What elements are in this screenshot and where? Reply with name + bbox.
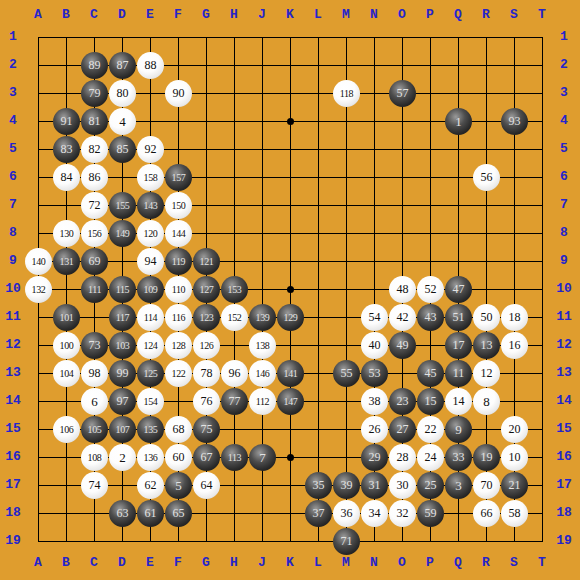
stone-move-number: 73 [89,338,101,353]
stone-R6[interactable]: 56 [473,164,500,191]
go-board[interactable]: 8987887980901185791814193838285928486158… [38,37,543,542]
stone-move-number: 81 [89,114,101,129]
stone-move-number: 108 [88,452,102,463]
stone-move-number: 67 [201,450,213,465]
stone-H16[interactable]: 113 [221,444,248,471]
stone-D14[interactable]: 97 [109,388,136,415]
stone-Q4[interactable]: 1 [445,108,472,135]
row-label-left-12: 12 [0,338,26,352]
stone-D13[interactable]: 99 [109,360,136,387]
stone-M19[interactable]: 71 [333,528,360,555]
stone-move-number: 8 [483,394,490,410]
stone-move-number: 99 [117,366,129,381]
stone-O12[interactable]: 49 [389,332,416,359]
stone-F10[interactable]: 110 [165,276,192,303]
stone-B11[interactable]: 101 [53,304,80,331]
grid-vline-M [346,37,347,542]
stone-R12[interactable]: 13 [473,332,500,359]
stone-move-number: 153 [228,284,242,295]
col-label-bottom-L: L [304,556,332,570]
stone-move-number: 14 [453,394,465,409]
row-label-right-5: 5 [551,142,577,156]
stone-G14[interactable]: 76 [193,388,220,415]
stone-move-number: 116 [172,312,185,323]
stone-move-number: 94 [145,254,157,269]
stone-move-number: 156 [88,228,102,239]
stone-D3[interactable]: 80 [109,80,136,107]
col-label-top-C: C [80,8,108,22]
stone-move-number: 143 [144,200,158,211]
stone-J16[interactable]: 7 [249,444,276,471]
stone-R18[interactable]: 66 [473,500,500,527]
stone-O10[interactable]: 48 [389,276,416,303]
stone-move-number: 114 [144,312,157,323]
stone-S11[interactable]: 18 [501,304,528,331]
stone-Q15[interactable]: 9 [445,416,472,443]
col-label-top-P: P [416,8,444,22]
stone-D8[interactable]: 149 [109,220,136,247]
col-label-top-T: T [528,8,556,22]
stone-E11[interactable]: 114 [137,304,164,331]
stone-move-number: 147 [284,396,298,407]
stone-O11[interactable]: 42 [389,304,416,331]
stone-R11[interactable]: 50 [473,304,500,331]
star-point-K4[interactable] [287,118,294,125]
stone-K11[interactable]: 129 [277,304,304,331]
stone-move-number: 152 [228,312,242,323]
stone-F15[interactable]: 68 [165,416,192,443]
stone-R14[interactable]: 8 [473,388,500,415]
stone-S15[interactable]: 20 [501,416,528,443]
stone-N13[interactable]: 53 [361,360,388,387]
stone-K13[interactable]: 141 [277,360,304,387]
stone-move-number: 155 [116,200,130,211]
stone-D10[interactable]: 115 [109,276,136,303]
row-label-left-13: 13 [0,366,26,380]
stone-E14[interactable]: 154 [137,388,164,415]
col-label-bottom-B: B [52,556,80,570]
stone-move-number: 22 [425,422,437,437]
col-label-bottom-K: K [276,556,304,570]
stone-M18[interactable]: 36 [333,500,360,527]
row-label-left-5: 5 [0,142,26,156]
stone-move-number: 79 [89,86,101,101]
stone-move-number: 85 [117,142,129,157]
stone-P18[interactable]: 59 [417,500,444,527]
stone-move-number: 61 [145,506,157,521]
stone-Q10[interactable]: 47 [445,276,472,303]
stone-move-number: 122 [172,368,186,379]
col-label-top-O: O [388,8,416,22]
stone-move-number: 39 [341,478,353,493]
stone-E18[interactable]: 61 [137,500,164,527]
row-label-left-15: 15 [0,422,26,436]
col-label-top-L: L [304,8,332,22]
stone-move-number: 157 [172,172,186,183]
stone-move-number: 2 [119,450,126,466]
stone-move-number: 112 [256,396,269,407]
stone-move-number: 131 [60,256,74,267]
stone-P11[interactable]: 43 [417,304,444,331]
stone-F16[interactable]: 60 [165,444,192,471]
stone-C10[interactable]: 111 [81,276,108,303]
stone-move-number: 84 [61,170,73,185]
stone-move-number: 20 [509,422,521,437]
stone-move-number: 66 [481,506,493,521]
col-label-top-B: B [52,8,80,22]
stone-O17[interactable]: 30 [389,472,416,499]
stone-G11[interactable]: 123 [193,304,220,331]
stone-Q14[interactable]: 14 [445,388,472,415]
col-label-bottom-O: O [388,556,416,570]
stone-move-number: 12 [481,366,493,381]
stone-move-number: 125 [144,368,158,379]
stone-O14[interactable]: 23 [389,388,416,415]
stone-move-number: 132 [32,284,46,295]
stone-R17[interactable]: 70 [473,472,500,499]
stone-M17[interactable]: 39 [333,472,360,499]
stone-E9[interactable]: 94 [137,248,164,275]
stone-move-number: 121 [200,256,214,267]
stone-C14[interactable]: 6 [81,388,108,415]
stone-S18[interactable]: 58 [501,500,528,527]
stone-N11[interactable]: 54 [361,304,388,331]
stone-move-number: 80 [117,86,129,101]
stone-B13[interactable]: 104 [53,360,80,387]
stone-move-number: 124 [144,340,158,351]
col-label-bottom-D: D [108,556,136,570]
col-label-top-G: G [192,8,220,22]
stone-H10[interactable]: 153 [221,276,248,303]
stone-move-number: 100 [60,340,74,351]
stone-N15[interactable]: 26 [361,416,388,443]
stone-move-number: 104 [60,368,74,379]
stone-move-number: 52 [425,282,437,297]
star-point-K16[interactable] [287,454,294,461]
stone-L17[interactable]: 35 [305,472,332,499]
row-label-left-2: 2 [0,58,26,72]
stone-G12[interactable]: 126 [193,332,220,359]
stone-S16[interactable]: 10 [501,444,528,471]
stone-E15[interactable]: 135 [137,416,164,443]
stone-B6[interactable]: 84 [53,164,80,191]
stone-C9[interactable]: 69 [81,248,108,275]
stone-Q17[interactable]: 3 [445,472,472,499]
stone-L18[interactable]: 37 [305,500,332,527]
stone-move-number: 106 [60,424,74,435]
stone-N17[interactable]: 31 [361,472,388,499]
stone-Q13[interactable]: 11 [445,360,472,387]
stone-C6[interactable]: 86 [81,164,108,191]
stone-N18[interactable]: 34 [361,500,388,527]
stone-B9[interactable]: 131 [53,248,80,275]
stone-E10[interactable]: 109 [137,276,164,303]
stone-N16[interactable]: 29 [361,444,388,471]
stone-move-number: 129 [284,312,298,323]
row-label-right-15: 15 [551,422,577,436]
stone-move-number: 17 [453,338,465,353]
stone-O18[interactable]: 32 [389,500,416,527]
stone-H14[interactable]: 77 [221,388,248,415]
stone-D7[interactable]: 155 [109,192,136,219]
stone-move-number: 101 [60,312,74,323]
stone-C16[interactable]: 108 [81,444,108,471]
stone-D4[interactable]: 4 [109,108,136,135]
stone-H13[interactable]: 96 [221,360,248,387]
stone-J13[interactable]: 146 [249,360,276,387]
stone-G15[interactable]: 75 [193,416,220,443]
stone-move-number: 18 [509,310,521,325]
stone-move-number: 75 [201,422,213,437]
stone-move-number: 140 [32,256,46,267]
row-label-left-19: 19 [0,534,26,548]
row-label-right-9: 9 [551,254,577,268]
stone-F11[interactable]: 116 [165,304,192,331]
stone-P15[interactable]: 22 [417,416,444,443]
stone-move-number: 144 [172,228,186,239]
stone-move-number: 127 [200,284,214,295]
stone-N14[interactable]: 38 [361,388,388,415]
stone-D16[interactable]: 2 [109,444,136,471]
stone-move-number: 158 [144,172,158,183]
stone-P13[interactable]: 45 [417,360,444,387]
stone-C12[interactable]: 73 [81,332,108,359]
stone-E8[interactable]: 120 [137,220,164,247]
stone-A9[interactable]: 140 [25,248,52,275]
stone-move-number: 123 [200,312,214,323]
stone-G10[interactable]: 127 [193,276,220,303]
stone-move-number: 64 [201,478,213,493]
stone-move-number: 109 [144,284,158,295]
row-label-left-7: 7 [0,198,26,212]
stone-move-number: 135 [144,424,158,435]
row-label-right-7: 7 [551,198,577,212]
stone-E5[interactable]: 92 [137,136,164,163]
stone-move-number: 24 [425,450,437,465]
stone-E7[interactable]: 143 [137,192,164,219]
row-label-left-4: 4 [0,114,26,128]
stone-move-number: 32 [397,506,409,521]
stone-move-number: 88 [145,58,157,73]
stone-A10[interactable]: 132 [25,276,52,303]
stone-move-number: 111 [88,284,101,295]
row-label-right-4: 4 [551,114,577,128]
stone-move-number: 136 [144,452,158,463]
grid-vline-T [542,37,543,542]
stone-move-number: 117 [116,312,129,323]
stone-move-number: 10 [509,450,521,465]
stone-C8[interactable]: 156 [81,220,108,247]
col-label-top-H: H [220,8,248,22]
stone-move-number: 105 [88,424,102,435]
stone-C5[interactable]: 82 [81,136,108,163]
stone-G9[interactable]: 121 [193,248,220,275]
stone-move-number: 113 [228,452,241,463]
stone-F9[interactable]: 119 [165,248,192,275]
stone-move-number: 49 [397,338,409,353]
stone-J14[interactable]: 112 [249,388,276,415]
col-label-bottom-E: E [136,556,164,570]
stone-move-number: 3 [455,478,462,494]
stone-move-number: 76 [201,394,213,409]
stone-move-number: 40 [369,338,381,353]
stone-J12[interactable]: 138 [249,332,276,359]
stone-move-number: 70 [481,478,493,493]
stone-F8[interactable]: 144 [165,220,192,247]
stone-Q16[interactable]: 33 [445,444,472,471]
stone-move-number: 21 [509,478,521,493]
row-label-left-10: 10 [0,282,26,296]
row-label-right-8: 8 [551,226,577,240]
stone-E17[interactable]: 62 [137,472,164,499]
stone-S12[interactable]: 16 [501,332,528,359]
stone-move-number: 23 [397,394,409,409]
row-label-left-16: 16 [0,450,26,464]
stone-move-number: 42 [397,310,409,325]
stone-move-number: 128 [172,340,186,351]
stone-C3[interactable]: 79 [81,80,108,107]
stone-move-number: 110 [172,284,185,295]
col-label-top-S: S [500,8,528,22]
stone-P17[interactable]: 25 [417,472,444,499]
row-label-right-16: 16 [551,450,577,464]
stone-G13[interactable]: 78 [193,360,220,387]
stone-S4[interactable]: 93 [501,108,528,135]
stone-move-number: 103 [116,340,130,351]
stone-move-number: 71 [341,534,353,549]
stone-F13[interactable]: 122 [165,360,192,387]
stone-move-number: 126 [200,340,214,351]
stone-move-number: 149 [116,228,130,239]
stone-R16[interactable]: 19 [473,444,500,471]
stone-R13[interactable]: 12 [473,360,500,387]
stone-F3[interactable]: 90 [165,80,192,107]
stone-move-number: 7 [259,450,266,466]
col-label-top-M: M [332,8,360,22]
stone-D18[interactable]: 63 [109,500,136,527]
stone-move-number: 19 [481,450,493,465]
stone-N12[interactable]: 40 [361,332,388,359]
stone-J11[interactable]: 139 [249,304,276,331]
stone-move-number: 77 [229,394,241,409]
stone-M3[interactable]: 118 [333,80,360,107]
stone-C7[interactable]: 72 [81,192,108,219]
stone-F12[interactable]: 128 [165,332,192,359]
stone-move-number: 5 [175,478,182,494]
stone-E2[interactable]: 88 [137,52,164,79]
stone-B15[interactable]: 106 [53,416,80,443]
stone-E13[interactable]: 125 [137,360,164,387]
stone-D2[interactable]: 87 [109,52,136,79]
stone-move-number: 28 [397,450,409,465]
star-point-K10[interactable] [287,286,294,293]
stone-move-number: 65 [173,506,185,521]
col-label-bottom-N: N [360,556,388,570]
stone-move-number: 54 [369,310,381,325]
stone-B5[interactable]: 83 [53,136,80,163]
col-label-top-Q: Q [444,8,472,22]
stone-move-number: 36 [341,506,353,521]
stone-F7[interactable]: 150 [165,192,192,219]
stone-E16[interactable]: 136 [137,444,164,471]
stone-move-number: 59 [425,506,437,521]
stone-Q11[interactable]: 51 [445,304,472,331]
stone-P16[interactable]: 24 [417,444,444,471]
stone-C2[interactable]: 89 [81,52,108,79]
col-label-bottom-Q: Q [444,556,472,570]
stone-D11[interactable]: 117 [109,304,136,331]
stone-move-number: 55 [341,366,353,381]
stone-move-number: 89 [89,58,101,73]
col-label-bottom-P: P [416,556,444,570]
row-label-left-14: 14 [0,394,26,408]
stone-move-number: 141 [284,368,298,379]
stone-B8[interactable]: 130 [53,220,80,247]
stone-move-number: 62 [145,478,157,493]
stone-move-number: 1 [455,114,462,130]
stone-C13[interactable]: 98 [81,360,108,387]
row-label-right-19: 19 [551,534,577,548]
stone-C4[interactable]: 81 [81,108,108,135]
stone-E6[interactable]: 158 [137,164,164,191]
row-label-right-14: 14 [551,394,577,408]
stone-C17[interactable]: 74 [81,472,108,499]
stone-D12[interactable]: 103 [109,332,136,359]
stone-O16[interactable]: 28 [389,444,416,471]
stone-D15[interactable]: 107 [109,416,136,443]
stone-K14[interactable]: 147 [277,388,304,415]
stone-O15[interactable]: 27 [389,416,416,443]
stone-D5[interactable]: 85 [109,136,136,163]
stone-move-number: 38 [369,394,381,409]
col-label-bottom-A: A [24,556,52,570]
stone-B4[interactable]: 91 [53,108,80,135]
stone-move-number: 37 [313,506,325,521]
stone-move-number: 33 [453,450,465,465]
stone-C15[interactable]: 105 [81,416,108,443]
stone-G16[interactable]: 67 [193,444,220,471]
stone-F18[interactable]: 65 [165,500,192,527]
stone-move-number: 92 [145,142,157,157]
row-label-left-8: 8 [0,226,26,240]
stone-B12[interactable]: 100 [53,332,80,359]
row-label-left-3: 3 [0,86,26,100]
stone-P10[interactable]: 52 [417,276,444,303]
stone-move-number: 83 [61,142,73,157]
row-label-right-18: 18 [551,506,577,520]
stone-M13[interactable]: 55 [333,360,360,387]
stone-G17[interactable]: 64 [193,472,220,499]
stone-F6[interactable]: 157 [165,164,192,191]
stone-H11[interactable]: 152 [221,304,248,331]
row-label-left-1: 1 [0,30,26,44]
stone-P14[interactable]: 15 [417,388,444,415]
stone-F17[interactable]: 5 [165,472,192,499]
stone-move-number: 47 [453,282,465,297]
stone-move-number: 15 [425,394,437,409]
stone-move-number: 60 [173,450,185,465]
stone-S17[interactable]: 21 [501,472,528,499]
stone-O3[interactable]: 57 [389,80,416,107]
row-label-left-11: 11 [0,310,26,324]
stone-Q12[interactable]: 17 [445,332,472,359]
stone-move-number: 51 [453,310,465,325]
stone-move-number: 74 [89,478,101,493]
col-label-bottom-J: J [248,556,276,570]
stone-E12[interactable]: 124 [137,332,164,359]
col-label-bottom-G: G [192,556,220,570]
row-label-right-6: 6 [551,170,577,184]
